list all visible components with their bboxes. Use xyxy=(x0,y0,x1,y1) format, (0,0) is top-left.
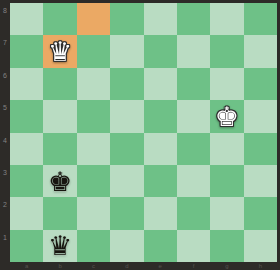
black-queen-b1[interactable]: ♛ xyxy=(48,232,72,259)
square-d1[interactable] xyxy=(110,230,143,262)
square-f5[interactable] xyxy=(177,100,210,132)
square-b1[interactable]: ♛ xyxy=(43,230,76,262)
square-e4[interactable] xyxy=(144,133,177,165)
square-e2[interactable] xyxy=(144,197,177,229)
square-h3[interactable] xyxy=(244,165,277,197)
file-label-b: b xyxy=(43,262,76,270)
square-c6[interactable] xyxy=(77,68,110,100)
square-h7[interactable] xyxy=(244,35,277,67)
square-d2[interactable] xyxy=(110,197,143,229)
file-label-g: g xyxy=(210,262,243,270)
file-label-d: d xyxy=(110,262,143,270)
square-e1[interactable] xyxy=(144,230,177,262)
square-g8[interactable] xyxy=(210,3,243,35)
rank-labels: 87654321 xyxy=(0,3,10,262)
square-h2[interactable] xyxy=(244,197,277,229)
square-f4[interactable] xyxy=(177,133,210,165)
rank-label-8: 8 xyxy=(0,3,10,35)
rank-label-5: 5 xyxy=(0,100,10,132)
chess-board[interactable]: ♛♚♚♛ xyxy=(10,3,277,262)
square-g3[interactable] xyxy=(210,165,243,197)
chess-app-window: 87654321 ♛♚♚♛ abcdefgh xyxy=(0,0,280,270)
file-label-e: e xyxy=(144,262,177,270)
rank-label-1: 1 xyxy=(0,230,10,262)
square-b8[interactable] xyxy=(43,3,76,35)
square-d6[interactable] xyxy=(110,68,143,100)
square-b4[interactable] xyxy=(43,133,76,165)
square-h6[interactable] xyxy=(244,68,277,100)
rank-label-3: 3 xyxy=(0,165,10,197)
file-label-c: c xyxy=(77,262,110,270)
square-c5[interactable] xyxy=(77,100,110,132)
square-c7[interactable] xyxy=(77,35,110,67)
square-f2[interactable] xyxy=(177,197,210,229)
file-label-f: f xyxy=(177,262,210,270)
square-e8[interactable] xyxy=(144,3,177,35)
square-c4[interactable] xyxy=(77,133,110,165)
square-f6[interactable] xyxy=(177,68,210,100)
square-b2[interactable] xyxy=(43,197,76,229)
square-a3[interactable] xyxy=(10,165,43,197)
white-queen-b7[interactable]: ♛ xyxy=(48,38,72,65)
file-label-a: a xyxy=(10,262,43,270)
black-king-b3[interactable]: ♚ xyxy=(48,168,72,195)
square-b7[interactable]: ♛ xyxy=(43,35,76,67)
square-a2[interactable] xyxy=(10,197,43,229)
square-g5[interactable]: ♚ xyxy=(210,100,243,132)
square-f7[interactable] xyxy=(177,35,210,67)
square-a1[interactable] xyxy=(10,230,43,262)
rank-label-6: 6 xyxy=(0,68,10,100)
square-h8[interactable] xyxy=(244,3,277,35)
square-b5[interactable] xyxy=(43,100,76,132)
square-b3[interactable]: ♚ xyxy=(43,165,76,197)
square-d8[interactable] xyxy=(110,3,143,35)
square-d7[interactable] xyxy=(110,35,143,67)
square-c2[interactable] xyxy=(77,197,110,229)
square-g7[interactable] xyxy=(210,35,243,67)
square-d4[interactable] xyxy=(110,133,143,165)
white-king-g5[interactable]: ♚ xyxy=(215,103,239,130)
square-c3[interactable] xyxy=(77,165,110,197)
square-d5[interactable] xyxy=(110,100,143,132)
square-a6[interactable] xyxy=(10,68,43,100)
rank-label-7: 7 xyxy=(0,35,10,67)
square-a4[interactable] xyxy=(10,133,43,165)
file-label-h: h xyxy=(244,262,277,270)
square-e5[interactable] xyxy=(144,100,177,132)
square-a5[interactable] xyxy=(10,100,43,132)
square-a8[interactable] xyxy=(10,3,43,35)
square-f1[interactable] xyxy=(177,230,210,262)
square-c1[interactable] xyxy=(77,230,110,262)
square-g1[interactable] xyxy=(210,230,243,262)
square-g6[interactable] xyxy=(210,68,243,100)
square-g2[interactable] xyxy=(210,197,243,229)
square-h5[interactable] xyxy=(244,100,277,132)
square-h4[interactable] xyxy=(244,133,277,165)
square-f8[interactable] xyxy=(177,3,210,35)
square-e6[interactable] xyxy=(144,68,177,100)
square-b6[interactable] xyxy=(43,68,76,100)
file-labels: abcdefgh xyxy=(10,262,277,270)
square-e3[interactable] xyxy=(144,165,177,197)
rank-label-2: 2 xyxy=(0,197,10,229)
square-f3[interactable] xyxy=(177,165,210,197)
rank-label-4: 4 xyxy=(0,133,10,165)
square-a7[interactable] xyxy=(10,35,43,67)
square-h1[interactable] xyxy=(244,230,277,262)
square-e7[interactable] xyxy=(144,35,177,67)
square-g4[interactable] xyxy=(210,133,243,165)
square-d3[interactable] xyxy=(110,165,143,197)
square-c8[interactable] xyxy=(77,3,110,35)
